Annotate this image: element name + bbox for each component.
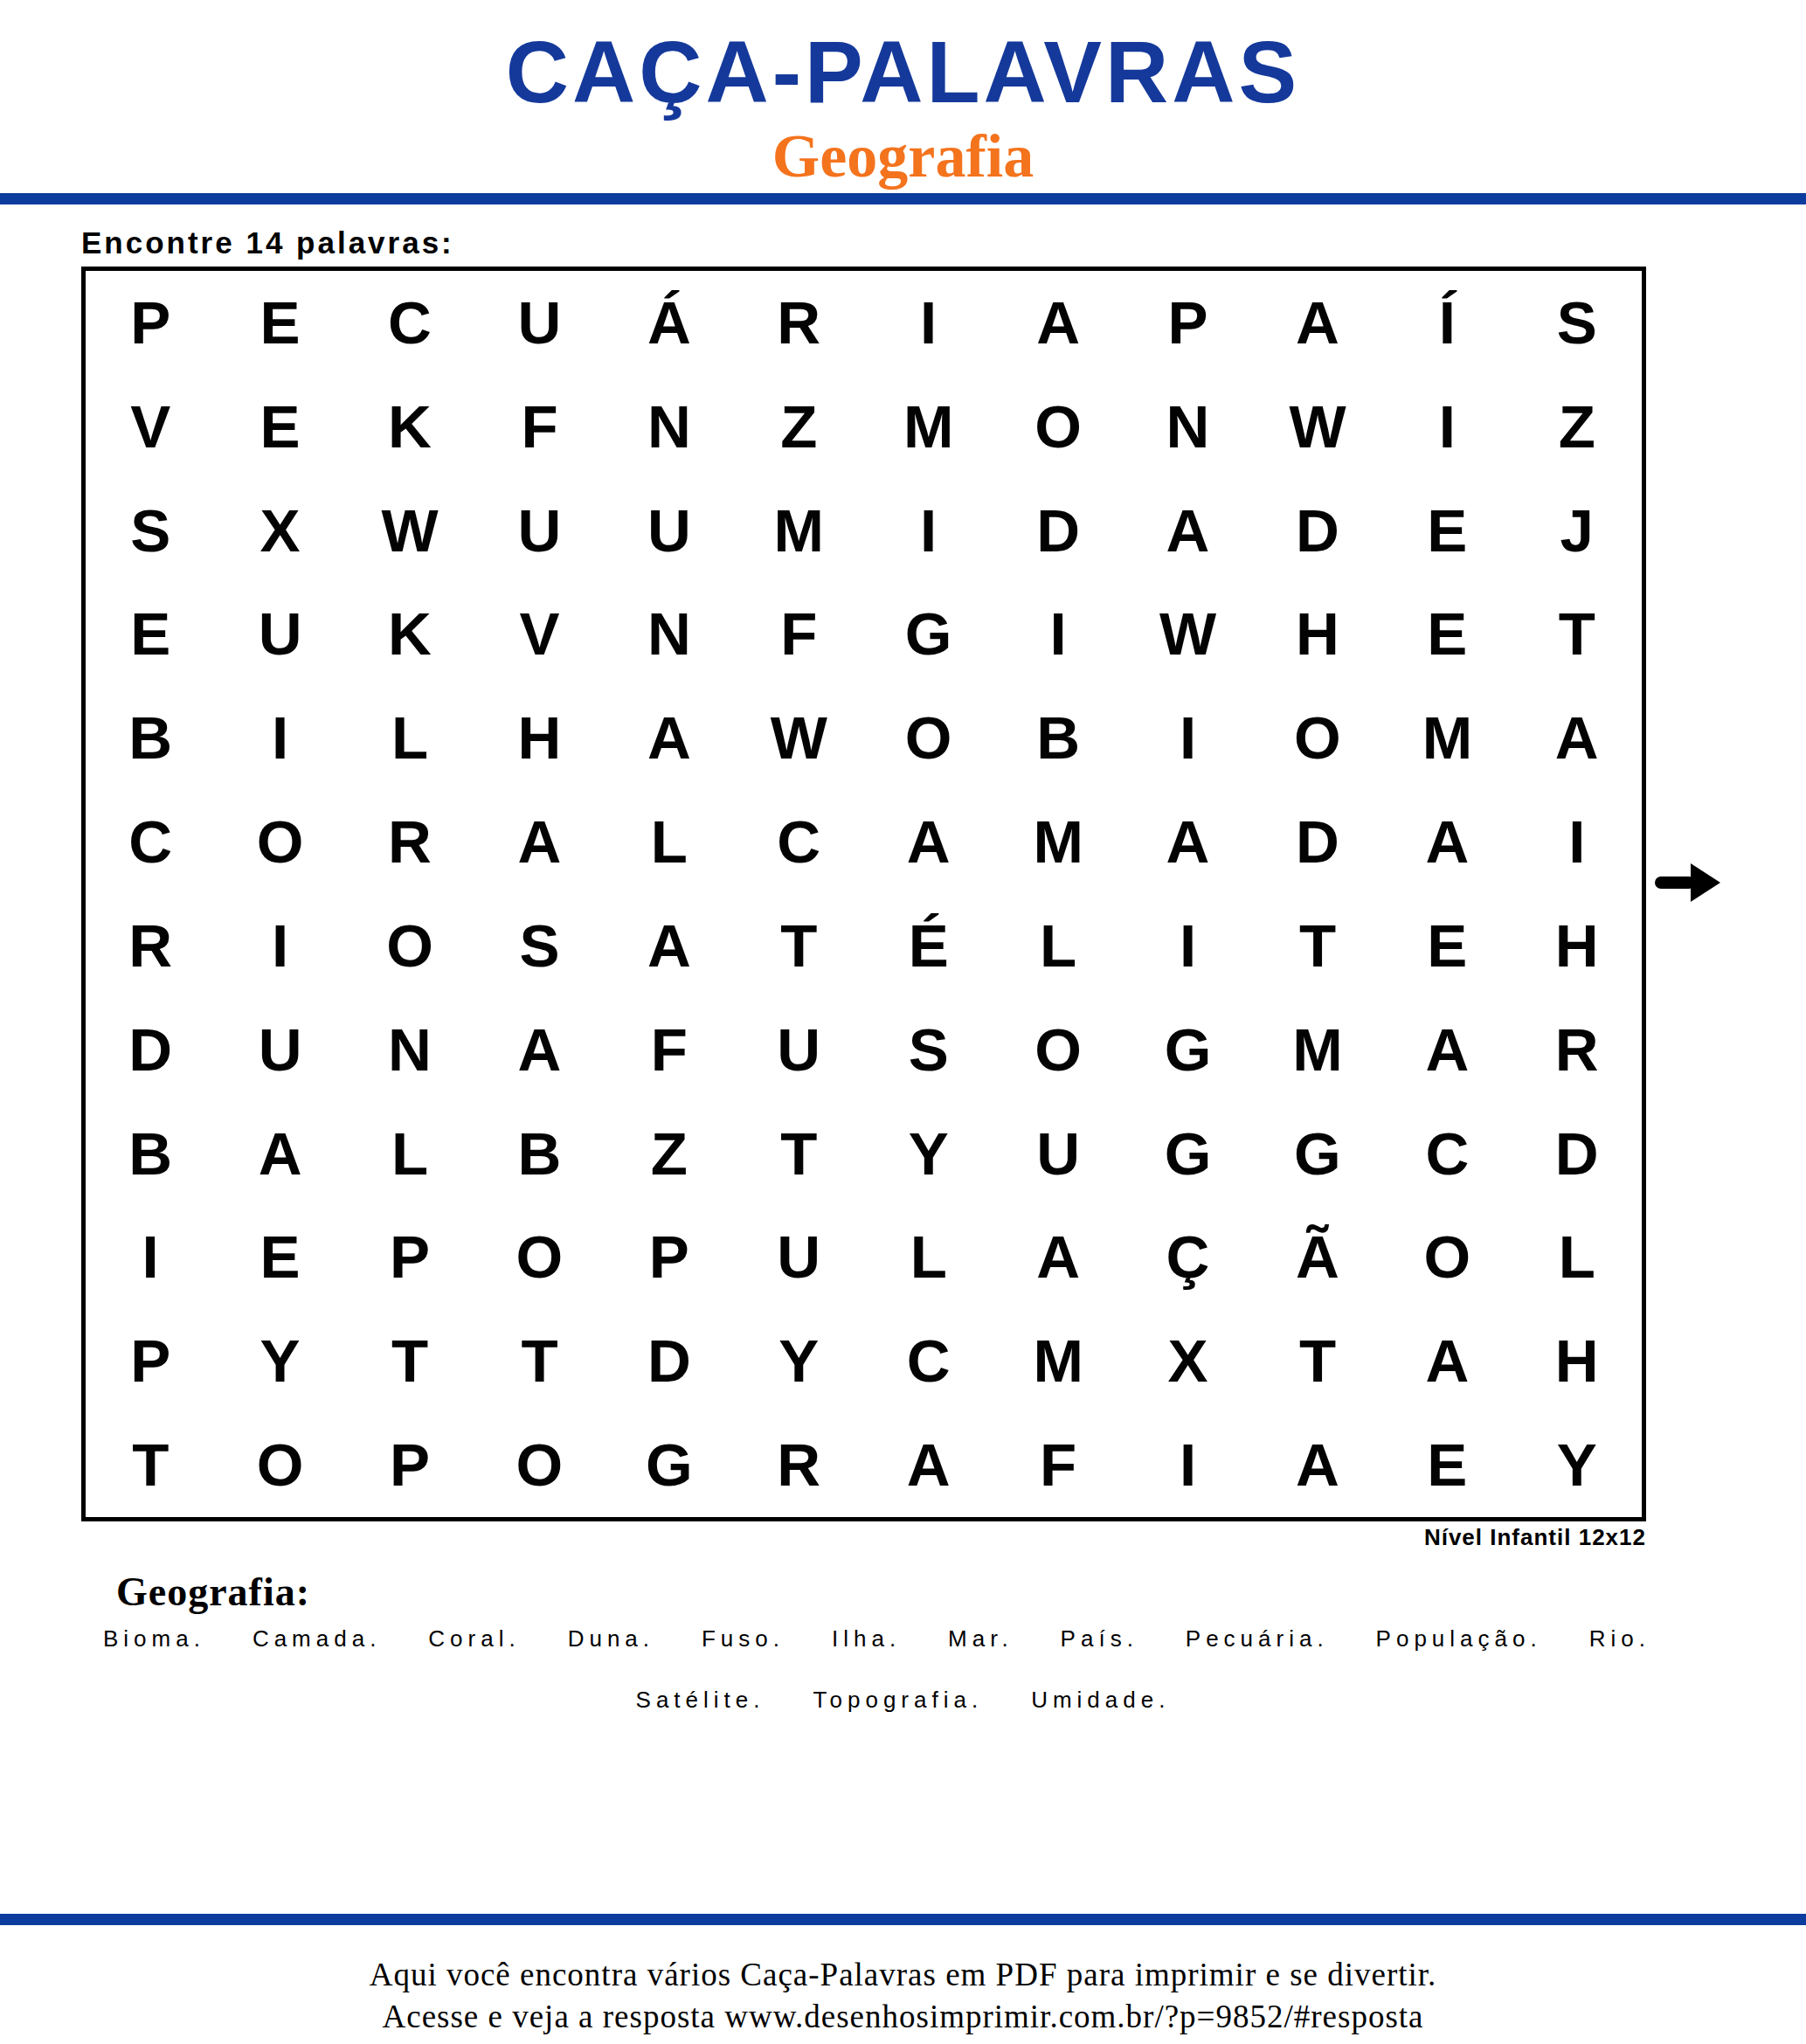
grid-cell: A [1382, 998, 1512, 1102]
word-list-item: Duna. [568, 1625, 654, 1653]
grid-cell: P [86, 1309, 215, 1413]
grid-cell: C [734, 790, 863, 894]
grid-cell: A [1512, 686, 1642, 790]
page-subtitle: Geografia [0, 122, 1806, 190]
grid-cell: L [1512, 1206, 1642, 1310]
grid-cell: C [1382, 1102, 1512, 1206]
grid-cell: E [1382, 583, 1512, 687]
grid-cell: I [1123, 686, 1252, 790]
grid-cell: A [993, 271, 1123, 375]
grid-cell: I [1123, 894, 1252, 998]
grid-cell: M [1382, 686, 1512, 790]
grid-cell: U [605, 479, 734, 583]
grid-cell: U [215, 583, 344, 687]
grid-cell: A [474, 790, 604, 894]
grid-cell: I [864, 479, 993, 583]
grid-cell: D [993, 479, 1123, 583]
grid-cell: H [474, 686, 604, 790]
grid-cell: É [864, 894, 993, 998]
grid-cell: L [993, 894, 1123, 998]
grid-cell: I [215, 686, 344, 790]
worksheet-page: CAÇA-PALAVRAS Geografia Encontre 14 pala… [0, 0, 1806, 2044]
grid-cell: X [215, 479, 344, 583]
grid-cell: T [86, 1413, 215, 1517]
grid-cell: G [1123, 1102, 1252, 1206]
word-list-item: Coral. [428, 1625, 520, 1653]
word-list-item: População. [1376, 1625, 1542, 1653]
word-list-item: Rio. [1589, 1625, 1650, 1653]
grid-cell: E [1382, 894, 1512, 998]
grid-cell: P [1123, 271, 1252, 375]
grid-cell: R [345, 790, 474, 894]
grid-cell: J [1512, 479, 1642, 583]
grid-cell: E [1382, 479, 1512, 583]
grid-cell: M [734, 479, 863, 583]
grid-cell: B [993, 686, 1123, 790]
grid-cell: B [474, 1102, 604, 1206]
word-list-item: Satélite. [636, 1687, 765, 1714]
word-list-item: Bioma. [103, 1625, 205, 1653]
grid-cell: T [734, 894, 863, 998]
grid-cell: P [345, 1413, 474, 1517]
grid-cell: B [86, 1102, 215, 1206]
grid-cell: U [474, 271, 604, 375]
grid-cell: O [864, 686, 993, 790]
grid-cell: H [1253, 583, 1382, 687]
grid-cell: T [734, 1102, 863, 1206]
grid-cell: S [86, 479, 215, 583]
grid-cell: T [1512, 583, 1642, 687]
top-divider [0, 193, 1806, 204]
grid-cell: R [734, 271, 863, 375]
grid-cell: R [734, 1413, 863, 1517]
word-list-item: Camada. [253, 1625, 382, 1653]
bottom-divider [0, 1914, 1806, 1925]
word-list-item: Ilha. [832, 1625, 901, 1653]
grid-cell: Y [864, 1102, 993, 1206]
grid-cell: O [345, 894, 474, 998]
grid-cell: S [474, 894, 604, 998]
grid-cell: O [215, 790, 344, 894]
grid-cell: O [1253, 686, 1382, 790]
grid-cell: A [864, 1413, 993, 1517]
grid-cell: A [993, 1206, 1123, 1310]
word-list-item: País. [1061, 1625, 1138, 1653]
grid-cell: I [215, 894, 344, 998]
word-list-item: Umidade. [1031, 1687, 1170, 1714]
grid-cell: N [345, 998, 474, 1102]
grid-cell: P [605, 1206, 734, 1310]
grid-cell: N [1123, 375, 1252, 479]
grid-cell: G [605, 1413, 734, 1517]
grid-cell: O [993, 998, 1123, 1102]
footer-text: Aqui você encontra vários Caça-Palavras … [0, 1956, 1806, 1993]
grid-cell: F [474, 375, 604, 479]
grid-cell: Í [1382, 271, 1512, 375]
grid-cell: V [86, 375, 215, 479]
grid-cell: M [993, 790, 1123, 894]
grid-cell: T [345, 1309, 474, 1413]
grid-cell: Y [1512, 1413, 1642, 1517]
grid-cell: D [1512, 1102, 1642, 1206]
grid-cell: Y [215, 1309, 344, 1413]
grid-cell: W [1253, 375, 1382, 479]
grid-cell: W [1123, 583, 1252, 687]
word-list-line-2: Satélite.Topografia.Umidade. [0, 1687, 1806, 1714]
grid-cell: C [864, 1309, 993, 1413]
grid-cell: F [734, 583, 863, 687]
grid-cell: M [993, 1309, 1123, 1413]
grid-cell: L [605, 790, 734, 894]
grid-cell: E [215, 375, 344, 479]
grid-cell: F [605, 998, 734, 1102]
grid-cell: G [1123, 998, 1252, 1102]
grid-cell: Z [605, 1102, 734, 1206]
grid-cell: A [1253, 271, 1382, 375]
grid-cell: H [1512, 894, 1642, 998]
grid-cell: I [86, 1206, 215, 1310]
grid-cell: V [474, 583, 604, 687]
word-list-heading: Geografia: [116, 1569, 310, 1615]
grid-cell: K [345, 375, 474, 479]
grid-cell: I [993, 583, 1123, 687]
grid-cell: I [1382, 375, 1512, 479]
grid-cell: U [215, 998, 344, 1102]
grid-cell: U [474, 479, 604, 583]
word-list-item: Topografia. [813, 1687, 984, 1714]
grid-cell: O [474, 1206, 604, 1310]
grid-cell: A [1253, 1413, 1382, 1517]
grid-cell: A [1382, 790, 1512, 894]
grid-cell: S [864, 998, 993, 1102]
word-list-line-1: Bioma.Camada.Coral.Duna.Fuso.Ilha.Mar.Pa… [103, 1625, 1650, 1653]
word-list-item: Pecuária. [1186, 1625, 1329, 1653]
right-arrow-icon [1655, 862, 1721, 904]
grid-cell: A [1123, 479, 1252, 583]
grid-cell: D [86, 998, 215, 1102]
grid-cell: O [993, 375, 1123, 479]
word-list-item: Mar. [948, 1625, 1014, 1653]
grid-cell: Ç [1123, 1206, 1252, 1310]
grid-cell: P [86, 271, 215, 375]
grid-cell: Y [734, 1309, 863, 1413]
grid-cell: B [86, 686, 215, 790]
grid-cell: R [1512, 998, 1642, 1102]
grid-cell: T [474, 1309, 604, 1413]
grid-cell: Á [605, 271, 734, 375]
grid-cell: I [1512, 790, 1642, 894]
grid-cell: G [1253, 1102, 1382, 1206]
grid-cell: N [605, 583, 734, 687]
grid-cell: Z [734, 375, 863, 479]
grid-cell: A [605, 894, 734, 998]
grid-cell: A [605, 686, 734, 790]
grid-cell: A [864, 790, 993, 894]
grid-cell: L [345, 1102, 474, 1206]
grid-cell: G [864, 583, 993, 687]
word-list-item: Fuso. [702, 1625, 785, 1653]
grid-cell: M [1253, 998, 1382, 1102]
grid-cell: L [864, 1206, 993, 1310]
grid-cell: I [1123, 1413, 1252, 1517]
grid-cell: A [215, 1102, 344, 1206]
grid-cell: H [1512, 1309, 1642, 1413]
grid-cell: T [1253, 1309, 1382, 1413]
grid-cell: F [993, 1413, 1123, 1517]
level-label: Nível Infantil 12x12 [1424, 1524, 1646, 1551]
instruction-label: Encontre 14 palavras: [81, 225, 454, 260]
grid-cell: W [345, 479, 474, 583]
grid-cell: O [474, 1413, 604, 1517]
grid-cell: E [215, 271, 344, 375]
grid-cell: L [345, 686, 474, 790]
grid-cell: K [345, 583, 474, 687]
grid-cell: T [1253, 894, 1382, 998]
grid-cell: R [86, 894, 215, 998]
grid-cell: A [1382, 1309, 1512, 1413]
grid-cell: O [1382, 1206, 1512, 1310]
grid-cell: E [86, 583, 215, 687]
grid-cell: D [605, 1309, 734, 1413]
grid-cell: Ã [1253, 1206, 1382, 1310]
grid-cell: D [1253, 790, 1382, 894]
grid-cell: U [734, 1206, 863, 1310]
grid-cell: I [864, 271, 993, 375]
footer-link: Acesse e veja a resposta www.desenhosimp… [0, 1998, 1806, 2035]
page-title: CAÇA-PALAVRAS [0, 26, 1806, 118]
grid-cell: O [215, 1413, 344, 1517]
grid-cell: C [86, 790, 215, 894]
grid-cell: U [993, 1102, 1123, 1206]
grid-cell: A [474, 998, 604, 1102]
grid-cell: N [605, 375, 734, 479]
grid-cell: E [215, 1206, 344, 1310]
grid-cell: E [1382, 1413, 1512, 1517]
grid-cell: P [345, 1206, 474, 1310]
grid-cell: C [345, 271, 474, 375]
grid-cell: U [734, 998, 863, 1102]
grid-cell: M [864, 375, 993, 479]
grid-cell: Z [1512, 375, 1642, 479]
grid-cell: X [1123, 1309, 1252, 1413]
grid-cell: A [1123, 790, 1252, 894]
grid-cell: S [1512, 271, 1642, 375]
grid-cell: D [1253, 479, 1382, 583]
word-search-grid: PECUÁRIAPAÍSVEKFNZMONWIZSXWUUMIDADEJEUKV… [81, 267, 1646, 1521]
grid-cell: W [734, 686, 863, 790]
